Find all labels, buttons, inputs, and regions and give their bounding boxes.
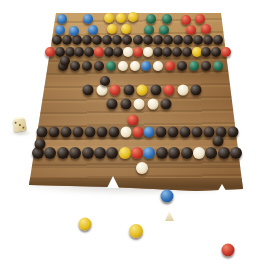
home-marble-G[interactable]	[144, 25, 154, 35]
home-marble-R[interactable]	[195, 14, 205, 24]
connector-marble-K[interactable]	[100, 76, 110, 86]
row1-marble-K[interactable]	[82, 35, 92, 45]
row3-marble-K[interactable]	[82, 61, 92, 71]
row7-marble-K[interactable]	[228, 127, 239, 138]
row5-marble-W[interactable]	[134, 99, 145, 110]
row4-marble-W[interactable]	[177, 85, 188, 96]
row7-marble-K[interactable]	[204, 127, 215, 138]
row8-marble-K[interactable]	[156, 147, 168, 159]
row4-marble-Y[interactable]	[137, 85, 148, 96]
row2-marble-W[interactable]	[123, 47, 133, 57]
row3-marble-K[interactable]	[201, 61, 211, 71]
home-marble-R[interactable]	[201, 24, 211, 34]
row3-marble-W[interactable]	[153, 61, 163, 71]
row8-marble-K[interactable]	[82, 147, 94, 159]
row1-marble-K[interactable]	[163, 35, 173, 45]
row8-marble-K[interactable]	[168, 147, 180, 159]
row8-marble-K[interactable]	[44, 147, 56, 159]
row7-marble-K[interactable]	[96, 127, 107, 138]
row2-marble-K[interactable]	[211, 47, 221, 57]
row7-marble-K[interactable]	[48, 127, 59, 138]
home-marble-B[interactable]	[55, 25, 65, 35]
row8-marble-K[interactable]	[181, 147, 193, 159]
row7-marble-K[interactable]	[180, 127, 191, 138]
home-marble-B[interactable]	[69, 26, 79, 36]
row1-marble-K[interactable]	[133, 35, 143, 45]
row1-marble-K[interactable]	[143, 35, 153, 45]
row2-marble-Y[interactable]	[192, 47, 202, 57]
row1-marble-K[interactable]	[102, 35, 112, 45]
loose-marble-B[interactable]	[161, 190, 174, 203]
row4-marble-W[interactable]	[96, 85, 107, 96]
home-marble-Y[interactable]	[116, 13, 126, 23]
row1-marble-K[interactable]	[153, 35, 163, 45]
row3-marble-G[interactable]	[213, 61, 223, 71]
row7-marble-B[interactable]	[144, 127, 155, 138]
row7-marble-R[interactable]	[132, 127, 143, 138]
row5-marble-W[interactable]	[147, 99, 158, 110]
row1-marble-K[interactable]	[62, 35, 72, 45]
row8-marble-K[interactable]	[218, 147, 230, 159]
row9-marble-W[interactable]	[136, 162, 148, 174]
row6-marble-R[interactable]	[128, 115, 139, 126]
row3-marble-W[interactable]	[130, 61, 140, 71]
row1-marble-K[interactable]	[213, 35, 223, 45]
row1-marble-K[interactable]	[52, 35, 62, 45]
row2-marble-K[interactable]	[84, 47, 94, 57]
loose-marble-Y[interactable]	[79, 218, 92, 231]
connector-marble-K[interactable]	[213, 136, 224, 147]
row8-marble-K[interactable]	[205, 147, 217, 159]
row4-marble-K[interactable]	[83, 85, 94, 96]
row3-marble-K[interactable]	[177, 61, 187, 71]
home-marble-Y[interactable]	[128, 12, 138, 22]
home-marble-G[interactable]	[162, 14, 172, 24]
loose-marble-Y[interactable]	[129, 224, 143, 238]
row2-marble-K[interactable]	[162, 47, 172, 57]
row8-marble-K[interactable]	[69, 147, 81, 159]
row7-marble-K[interactable]	[37, 127, 48, 138]
row3-marble-W[interactable]	[118, 61, 128, 71]
row4-marble-R[interactable]	[110, 85, 121, 96]
row1-marble-K[interactable]	[122, 35, 132, 45]
row8-marble-Y[interactable]	[119, 147, 131, 159]
row8-marble-K[interactable]	[94, 147, 106, 159]
row1-marble-K[interactable]	[183, 35, 193, 45]
home-marble-B[interactable]	[57, 14, 67, 24]
row7-marble-K[interactable]	[156, 127, 167, 138]
connector-marble-K[interactable]	[35, 139, 46, 150]
home-marble-B[interactable]	[83, 14, 93, 24]
row7-marble-K[interactable]	[108, 127, 119, 138]
row4-marble-K[interactable]	[150, 85, 161, 96]
row7-marble-K[interactable]	[84, 127, 95, 138]
row1-marble-K[interactable]	[193, 35, 203, 45]
row2-marble-K[interactable]	[182, 47, 192, 57]
row3-marble-B[interactable]	[141, 61, 151, 71]
row1-marble-K[interactable]	[173, 35, 183, 45]
home-marble-R[interactable]	[181, 15, 191, 25]
white-cone-piece[interactable]	[165, 211, 174, 221]
row3-marble-R[interactable]	[165, 61, 175, 71]
row4-marble-R[interactable]	[164, 85, 175, 96]
home-marble-R[interactable]	[186, 25, 196, 35]
home-marble-G[interactable]	[159, 25, 169, 35]
row7-marble-K[interactable]	[192, 127, 203, 138]
loose-marble-R[interactable]	[222, 244, 235, 257]
row2-marble-K[interactable]	[74, 47, 84, 57]
connector-marble-K[interactable]	[60, 56, 70, 66]
row2-marble-K[interactable]	[172, 47, 182, 57]
row3-marble-G[interactable]	[106, 61, 116, 71]
row5-marble-K[interactable]	[107, 99, 118, 110]
row3-marble-G[interactable]	[189, 61, 199, 71]
wooden-die[interactable]	[12, 116, 29, 134]
row2-marble-R[interactable]	[133, 47, 143, 57]
row8-marble-K[interactable]	[230, 147, 242, 159]
row7-marble-K[interactable]	[60, 127, 71, 138]
row1-marble-K[interactable]	[203, 35, 213, 45]
home-marble-Y[interactable]	[107, 24, 117, 34]
row3-marble-K[interactable]	[70, 61, 80, 71]
row8-marble-R[interactable]	[131, 147, 143, 159]
row2-marble-K[interactable]	[113, 47, 123, 57]
row3-marble-K[interactable]	[94, 61, 104, 71]
row1-marble-K[interactable]	[92, 35, 102, 45]
home-marble-B[interactable]	[88, 25, 98, 35]
home-marble-Y[interactable]	[104, 13, 114, 23]
row2-marble-R[interactable]	[94, 47, 104, 57]
row2-marble-R[interactable]	[221, 47, 231, 57]
row2-marble-R[interactable]	[45, 47, 55, 57]
row2-marble-K[interactable]	[104, 47, 114, 57]
row8-marble-W[interactable]	[193, 147, 205, 159]
row8-marble-K[interactable]	[57, 147, 69, 159]
row7-marble-W[interactable]	[120, 127, 131, 138]
photo-scene	[0, 0, 270, 270]
row8-marble-B[interactable]	[143, 147, 155, 159]
row8-marble-K[interactable]	[106, 147, 118, 159]
row5-marble-K[interactable]	[161, 99, 172, 110]
row1-marble-K[interactable]	[72, 35, 82, 45]
row2-marble-K[interactable]	[153, 47, 163, 57]
row4-marble-K[interactable]	[191, 85, 202, 96]
row4-marble-K[interactable]	[123, 85, 134, 96]
row7-marble-K[interactable]	[72, 127, 83, 138]
home-marble-G[interactable]	[146, 14, 156, 24]
die-front-face	[12, 118, 27, 132]
home-marble-Y[interactable]	[121, 24, 131, 34]
row1-marble-K[interactable]	[112, 35, 122, 45]
row5-marble-K[interactable]	[120, 99, 131, 110]
row7-marble-K[interactable]	[168, 127, 179, 138]
row2-marble-W[interactable]	[143, 47, 153, 57]
row2-marble-K[interactable]	[201, 47, 211, 57]
